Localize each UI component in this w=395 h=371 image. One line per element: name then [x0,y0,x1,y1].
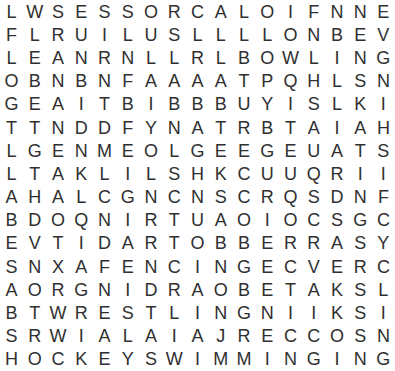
letter-cell-r3c11[interactable]: B [232,46,255,69]
letter-cell-r7c7[interactable]: O [139,139,162,162]
letter-cell-r2c13[interactable]: O [279,23,302,46]
letter-cell-r2c3[interactable]: R [46,23,69,46]
letter-cell-r16c17[interactable]: G [372,348,395,371]
letter-cell-r2c4[interactable]: U [70,23,93,46]
letter-cell-r3c3[interactable]: A [46,46,69,69]
letter-cell-r4c2[interactable]: B [23,70,46,93]
letter-cell-r15c8[interactable]: I [163,325,186,348]
letter-cell-r15c2[interactable]: R [23,325,46,348]
letter-cell-r9c5[interactable]: C [93,186,116,209]
letter-cell-r15c10[interactable]: J [209,325,232,348]
letter-cell-r15c16[interactable]: S [349,325,372,348]
letter-cell-r8c7[interactable]: L [139,162,162,185]
letter-cell-r13c4[interactable]: G [70,278,93,301]
letter-cell-r5c14[interactable]: S [302,93,325,116]
letter-cell-r2c15[interactable]: B [325,23,348,46]
letter-cell-r7c14[interactable]: U [302,139,325,162]
letter-cell-r16c13[interactable]: N [279,348,302,371]
letter-cell-r15c9[interactable]: A [186,325,209,348]
letter-cell-r13c14[interactable]: A [302,278,325,301]
letter-cell-r6c14[interactable]: A [302,116,325,139]
letter-cell-r9c11[interactable]: C [232,186,255,209]
letter-cell-r13c10[interactable]: O [209,278,232,301]
letter-cell-r7c10[interactable]: E [209,139,232,162]
letter-cell-r4c1[interactable]: O [0,70,23,93]
letter-cell-r9c4[interactable]: L [70,186,93,209]
letter-cell-r11c1[interactable]: E [0,232,23,255]
letter-cell-r6c16[interactable]: A [349,116,372,139]
letter-cell-r7c13[interactable]: E [279,139,302,162]
letter-cell-r3c14[interactable]: L [302,46,325,69]
letter-cell-r5c6[interactable]: B [116,93,139,116]
letter-cell-r3c1[interactable]: L [0,46,23,69]
letter-cell-r1c11[interactable]: L [232,0,255,23]
letter-cell-r9c12[interactable]: R [256,186,279,209]
letter-cell-r11c6[interactable]: A [116,232,139,255]
letter-cell-r10c8[interactable]: T [163,209,186,232]
letter-cell-r12c17[interactable]: C [372,255,395,278]
letter-cell-r14c2[interactable]: T [23,301,46,324]
letter-cell-r4c10[interactable]: A [209,70,232,93]
letter-cell-r10c15[interactable]: S [325,209,348,232]
letter-cell-r6c12[interactable]: B [256,116,279,139]
letter-cell-r14c10[interactable]: N [209,301,232,324]
letter-cell-r9c15[interactable]: D [325,186,348,209]
letter-cell-r5c7[interactable]: I [139,93,162,116]
letter-cell-r12c5[interactable]: F [93,255,116,278]
letter-cell-r8c8[interactable]: S [163,162,186,185]
letter-cell-r16c8[interactable]: W [163,348,186,371]
letter-cell-r6c1[interactable]: T [0,116,23,139]
letter-cell-r13c11[interactable]: B [232,278,255,301]
letter-cell-r16c14[interactable]: G [302,348,325,371]
letter-cell-r9c14[interactable]: S [302,186,325,209]
letter-cell-r8c13[interactable]: U [279,162,302,185]
letter-cell-r1c1[interactable]: L [0,0,23,23]
letter-cell-r4c15[interactable]: L [325,70,348,93]
letter-cell-r4c17[interactable]: N [372,70,395,93]
letter-cell-r14c17[interactable]: I [372,301,395,324]
letter-cell-r14c7[interactable]: T [139,301,162,324]
letter-cell-r1c17[interactable]: E [372,0,395,23]
letter-cell-r1c12[interactable]: O [256,0,279,23]
letter-cell-r13c2[interactable]: O [23,278,46,301]
letter-cell-r4c6[interactable]: F [116,70,139,93]
letter-cell-r2c14[interactable]: N [302,23,325,46]
letter-cell-r8c4[interactable]: K [70,162,93,185]
letter-cell-r3c9[interactable]: R [186,46,209,69]
letter-cell-r11c4[interactable]: I [70,232,93,255]
letter-cell-r7c12[interactable]: G [256,139,279,162]
letter-cell-r10c13[interactable]: O [279,209,302,232]
letter-cell-r6c7[interactable]: Y [139,116,162,139]
letter-cell-r13c7[interactable]: D [139,278,162,301]
letter-cell-r4c12[interactable]: P [256,70,279,93]
letter-cell-r16c2[interactable]: O [23,348,46,371]
letter-cell-r15c15[interactable]: O [325,325,348,348]
letter-cell-r4c5[interactable]: N [93,70,116,93]
letter-cell-r12c11[interactable]: G [232,255,255,278]
letter-cell-r12c13[interactable]: C [279,255,302,278]
letter-cell-r10c10[interactable]: A [209,209,232,232]
letter-cell-r7c8[interactable]: L [163,139,186,162]
letter-cell-r14c16[interactable]: S [349,301,372,324]
letter-cell-r3c8[interactable]: L [163,46,186,69]
letter-cell-r4c11[interactable]: T [232,70,255,93]
letter-cell-r8c3[interactable]: A [46,162,69,185]
letter-cell-r15c7[interactable]: A [139,325,162,348]
letter-cell-r11c3[interactable]: T [46,232,69,255]
letter-cell-r10c5[interactable]: N [93,209,116,232]
letter-cell-r6c15[interactable]: I [325,116,348,139]
letter-cell-r3c12[interactable]: O [256,46,279,69]
letter-cell-r7c5[interactable]: M [93,139,116,162]
letter-cell-r8c16[interactable]: I [349,162,372,185]
letter-cell-r10c1[interactable]: B [0,209,23,232]
letter-cell-r14c13[interactable]: I [279,301,302,324]
letter-cell-r10c3[interactable]: O [46,209,69,232]
letter-cell-r3c4[interactable]: N [70,46,93,69]
letter-cell-r12c9[interactable]: I [186,255,209,278]
letter-cell-r8c6[interactable]: I [116,162,139,185]
letter-cell-r5c1[interactable]: G [0,93,23,116]
letter-cell-r6c9[interactable]: A [186,116,209,139]
letter-cell-r6c2[interactable]: T [23,116,46,139]
letter-cell-r1c3[interactable]: S [46,0,69,23]
letter-cell-r1c14[interactable]: F [302,0,325,23]
letter-cell-r14c11[interactable]: G [232,301,255,324]
letter-cell-r11c12[interactable]: E [256,232,279,255]
letter-cell-r10c2[interactable]: D [23,209,46,232]
letter-cell-r15c4[interactable]: I [70,325,93,348]
letter-cell-r10c17[interactable]: C [372,209,395,232]
letter-cell-r9c16[interactable]: N [349,186,372,209]
letter-cell-r15c17[interactable]: N [372,325,395,348]
letter-cell-r7c4[interactable]: N [70,139,93,162]
letter-cell-r4c9[interactable]: A [186,70,209,93]
letter-cell-r3c6[interactable]: N [116,46,139,69]
letter-cell-r5c11[interactable]: U [232,93,255,116]
letter-cell-r3c5[interactable]: R [93,46,116,69]
letter-cell-r5c13[interactable]: I [279,93,302,116]
letter-cell-r11c10[interactable]: B [209,232,232,255]
letter-cell-r3c13[interactable]: W [279,46,302,69]
letter-cell-r1c9[interactable]: C [186,0,209,23]
letter-cell-r7c15[interactable]: A [325,139,348,162]
letter-cell-r8c1[interactable]: L [0,162,23,185]
letter-cell-r4c7[interactable]: A [139,70,162,93]
letter-cell-r5c9[interactable]: B [186,93,209,116]
word-search-grid: LWSESSORCALOIFNNEFLRUILUSLLLLONBEVLEANRN… [0,0,395,371]
letter-cell-r3c2[interactable]: E [23,46,46,69]
letter-cell-r1c8[interactable]: R [163,0,186,23]
letter-cell-r12c1[interactable]: S [0,255,23,278]
letter-cell-r10c6[interactable]: I [116,209,139,232]
letter-cell-r13c6[interactable]: I [116,278,139,301]
letter-cell-r6c5[interactable]: D [93,116,116,139]
letter-cell-r2c10[interactable]: L [209,23,232,46]
letter-cell-r1c7[interactable]: O [139,0,162,23]
letter-cell-r8c17[interactable]: I [372,162,395,185]
letter-cell-r11c14[interactable]: R [302,232,325,255]
letter-cell-r1c4[interactable]: E [70,0,93,23]
letter-cell-r4c13[interactable]: Q [279,70,302,93]
letter-cell-r7c16[interactable]: T [349,139,372,162]
letter-cell-r8c10[interactable]: K [209,162,232,185]
letter-cell-r11c5[interactable]: D [93,232,116,255]
letter-cell-r13c13[interactable]: T [279,278,302,301]
letter-cell-r8c2[interactable]: T [23,162,46,185]
letter-cell-r5c16[interactable]: K [349,93,372,116]
letter-cell-r13c17[interactable]: L [372,278,395,301]
letter-cell-r4c8[interactable]: A [163,70,186,93]
letter-cell-r7c3[interactable]: E [46,139,69,162]
letter-cell-r15c12[interactable]: E [256,325,279,348]
letter-cell-r12c2[interactable]: N [23,255,46,278]
letter-cell-r9c3[interactable]: A [46,186,69,209]
letter-cell-r14c12[interactable]: N [256,301,279,324]
letter-cell-r15c3[interactable]: W [46,325,69,348]
letter-cell-r6c8[interactable]: N [163,116,186,139]
letter-cell-r2c11[interactable]: L [232,23,255,46]
letter-cell-r7c11[interactable]: E [232,139,255,162]
letter-cell-r5c4[interactable]: I [70,93,93,116]
letter-cell-r1c10[interactable]: A [209,0,232,23]
letter-cell-r13c16[interactable]: S [349,278,372,301]
letter-cell-r9c8[interactable]: C [163,186,186,209]
letter-cell-r9c6[interactable]: G [116,186,139,209]
letter-cell-r12c7[interactable]: N [139,255,162,278]
letter-cell-r7c1[interactable]: L [0,139,23,162]
letter-cell-r16c16[interactable]: N [349,348,372,371]
letter-cell-r13c9[interactable]: A [186,278,209,301]
letter-cell-r9c9[interactable]: N [186,186,209,209]
letter-cell-r5c12[interactable]: Y [256,93,279,116]
letter-cell-r12c16[interactable]: R [349,255,372,278]
letter-cell-r15c14[interactable]: C [302,325,325,348]
letter-cell-r12c15[interactable]: E [325,255,348,278]
letter-cell-r6c6[interactable]: F [116,116,139,139]
letter-cell-r2c9[interactable]: L [186,23,209,46]
letter-cell-r13c5[interactable]: N [93,278,116,301]
letter-cell-r14c15[interactable]: K [325,301,348,324]
letter-cell-r16c12[interactable]: I [256,348,279,371]
letter-cell-r3c10[interactable]: L [209,46,232,69]
letter-cell-r11c7[interactable]: R [139,232,162,255]
letter-cell-r5c15[interactable]: L [325,93,348,116]
letter-cell-r8c11[interactable]: C [232,162,255,185]
letter-cell-r8c12[interactable]: U [256,162,279,185]
letter-cell-r11c13[interactable]: R [279,232,302,255]
letter-cell-r2c6[interactable]: L [116,23,139,46]
letter-cell-r16c15[interactable]: I [325,348,348,371]
letter-cell-r13c3[interactable]: R [46,278,69,301]
letter-cell-r13c15[interactable]: K [325,278,348,301]
letter-cell-r4c3[interactable]: N [46,70,69,93]
letter-cell-r7c9[interactable]: G [186,139,209,162]
letter-cell-r6c17[interactable]: H [372,116,395,139]
letter-cell-r12c8[interactable]: C [163,255,186,278]
letter-cell-r9c7[interactable]: N [139,186,162,209]
letter-cell-r1c6[interactable]: S [116,0,139,23]
letter-cell-r4c14[interactable]: H [302,70,325,93]
letter-cell-r5c8[interactable]: B [163,93,186,116]
letter-cell-r15c11[interactable]: R [232,325,255,348]
letter-cell-r6c3[interactable]: N [46,116,69,139]
letter-cell-r2c1[interactable]: F [0,23,23,46]
letter-cell-r9c1[interactable]: A [0,186,23,209]
letter-cell-r8c9[interactable]: H [186,162,209,185]
letter-cell-r12c4[interactable]: A [70,255,93,278]
letter-cell-r14c4[interactable]: R [70,301,93,324]
letter-cell-r13c8[interactable]: R [163,278,186,301]
letter-cell-r5c5[interactable]: T [93,93,116,116]
letter-cell-r1c5[interactable]: S [93,0,116,23]
letter-cell-r16c1[interactable]: H [0,348,23,371]
letter-cell-r13c12[interactable]: E [256,278,279,301]
letter-cell-r14c14[interactable]: I [302,301,325,324]
letter-cell-r2c17[interactable]: V [372,23,395,46]
letter-cell-r16c6[interactable]: Y [116,348,139,371]
letter-cell-r14c5[interactable]: E [93,301,116,324]
letter-cell-r16c3[interactable]: C [46,348,69,371]
letter-cell-r1c13[interactable]: I [279,0,302,23]
letter-cell-r15c6[interactable]: L [116,325,139,348]
letter-cell-r12c12[interactable]: E [256,255,279,278]
letter-cell-r9c17[interactable]: F [372,186,395,209]
letter-cell-r16c10[interactable]: M [209,348,232,371]
letter-cell-r15c13[interactable]: C [279,325,302,348]
letter-cell-r16c7[interactable]: S [139,348,162,371]
letter-cell-r3c17[interactable]: G [372,46,395,69]
letter-cell-r1c16[interactable]: N [349,0,372,23]
letter-cell-r5c10[interactable]: B [209,93,232,116]
letter-cell-r14c8[interactable]: L [163,301,186,324]
letter-cell-r6c13[interactable]: T [279,116,302,139]
letter-cell-r9c2[interactable]: H [23,186,46,209]
letter-cell-r16c11[interactable]: M [232,348,255,371]
letter-cell-r11c9[interactable]: O [186,232,209,255]
letter-cell-r7c2[interactable]: G [23,139,46,162]
letter-cell-r6c10[interactable]: T [209,116,232,139]
letter-cell-r13c1[interactable]: A [0,278,23,301]
letter-cell-r11c11[interactable]: B [232,232,255,255]
letter-cell-r14c6[interactable]: S [116,301,139,324]
letter-cell-r14c1[interactable]: B [0,301,23,324]
letter-cell-r2c8[interactable]: S [163,23,186,46]
letter-cell-r1c15[interactable]: N [325,0,348,23]
letter-cell-r16c5[interactable]: E [93,348,116,371]
letter-cell-r15c1[interactable]: S [0,325,23,348]
letter-cell-r3c7[interactable]: L [139,46,162,69]
letter-cell-r6c4[interactable]: D [70,116,93,139]
letter-cell-r12c10[interactable]: N [209,255,232,278]
letter-cell-r12c3[interactable]: X [46,255,69,278]
letter-cell-r2c5[interactable]: I [93,23,116,46]
letter-cell-r8c14[interactable]: Q [302,162,325,185]
letter-cell-r10c11[interactable]: O [232,209,255,232]
letter-cell-r11c2[interactable]: V [23,232,46,255]
letter-cell-r4c4[interactable]: B [70,70,93,93]
letter-cell-r16c4[interactable]: K [70,348,93,371]
letter-cell-r12c6[interactable]: E [116,255,139,278]
letter-cell-r11c17[interactable]: Y [372,232,395,255]
letter-cell-r7c17[interactable]: S [372,139,395,162]
letter-cell-r11c8[interactable]: T [163,232,186,255]
letter-cell-r12c14[interactable]: V [302,255,325,278]
letter-cell-r3c15[interactable]: I [325,46,348,69]
letter-cell-r10c9[interactable]: U [186,209,209,232]
letter-cell-r5c17[interactable]: I [372,93,395,116]
letter-cell-r7c6[interactable]: E [116,139,139,162]
letter-cell-r3c16[interactable]: N [349,46,372,69]
letter-cell-r9c13[interactable]: Q [279,186,302,209]
letter-cell-r5c3[interactable]: A [46,93,69,116]
letter-cell-r8c5[interactable]: L [93,162,116,185]
letter-cell-r4c16[interactable]: S [349,70,372,93]
letter-cell-r15c5[interactable]: A [93,325,116,348]
letter-cell-r11c15[interactable]: A [325,232,348,255]
letter-cell-r9c10[interactable]: S [209,186,232,209]
letter-cell-r14c9[interactable]: I [186,301,209,324]
letter-cell-r10c4[interactable]: Q [70,209,93,232]
letter-cell-r2c16[interactable]: E [349,23,372,46]
letter-cell-r2c12[interactable]: L [256,23,279,46]
letter-cell-r11c16[interactable]: S [349,232,372,255]
letter-cell-r1c2[interactable]: W [23,0,46,23]
letter-cell-r10c14[interactable]: C [302,209,325,232]
letter-cell-r2c7[interactable]: U [139,23,162,46]
letter-cell-r8c15[interactable]: R [325,162,348,185]
letter-cell-r10c12[interactable]: I [256,209,279,232]
word-search-puzzle: LWSESSORCALOIFNNEFLRUILUSLLLLONBEVLEANRN… [0,0,395,371]
letter-cell-r2c2[interactable]: L [23,23,46,46]
letter-cell-r10c16[interactable]: G [349,209,372,232]
letter-cell-r5c2[interactable]: E [23,93,46,116]
letter-cell-r16c9[interactable]: I [186,348,209,371]
letter-cell-r6c11[interactable]: R [232,116,255,139]
letter-cell-r14c3[interactable]: W [46,301,69,324]
letter-cell-r10c7[interactable]: R [139,209,162,232]
